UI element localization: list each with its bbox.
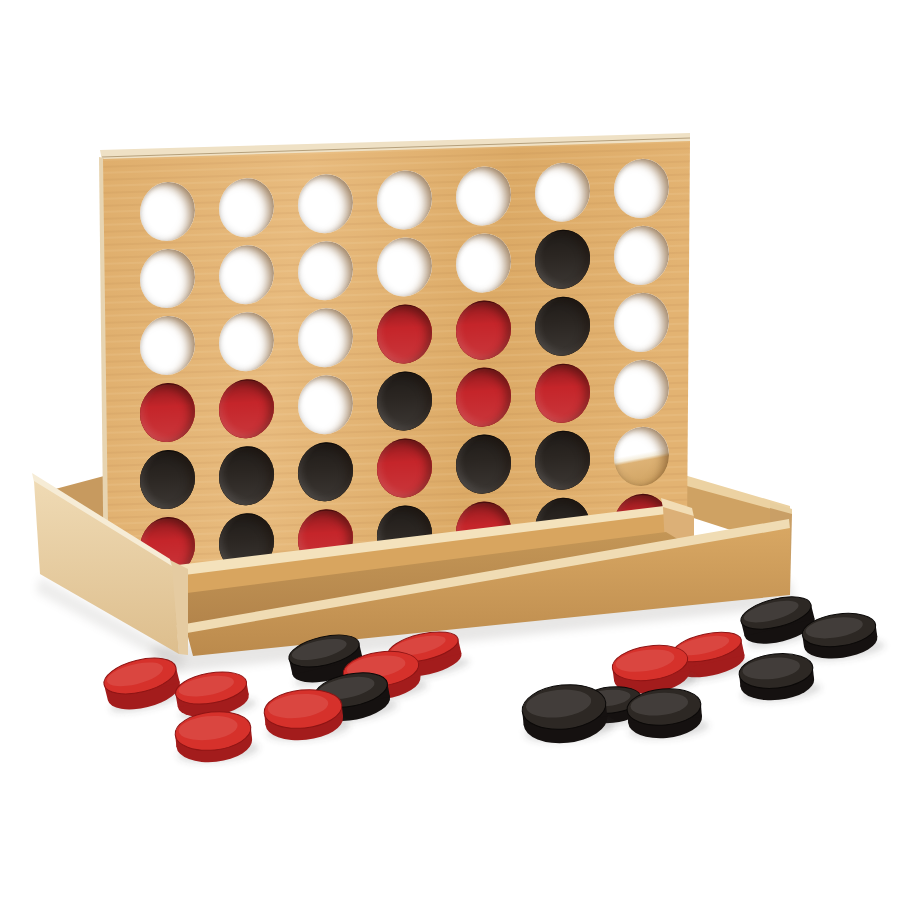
loose-disc-red xyxy=(385,625,471,686)
disc-glyph: ● xyxy=(298,508,353,570)
empty-hole xyxy=(219,177,274,239)
empty-hole xyxy=(140,181,195,243)
loose-disc-red xyxy=(610,640,698,699)
cell-r6c1[interactable]: ● xyxy=(128,511,207,582)
cell-r4c6[interactable]: ● xyxy=(523,358,602,429)
black-disc-in-hole: ● xyxy=(535,228,590,290)
disc-glyph: ● xyxy=(219,445,274,507)
cell-r6c3[interactable]: ● xyxy=(286,503,365,574)
disc-glyph: ● xyxy=(614,493,669,555)
cell-r5c6[interactable]: ● xyxy=(523,425,602,496)
empty-hole xyxy=(614,426,669,488)
black-disc-in-hole: ● xyxy=(219,445,274,507)
loose-disc-black xyxy=(626,685,710,742)
connect-four-board-grid: ●●●●●●●●●●●●●●●●●●●●●● xyxy=(128,153,681,582)
loose-disc-black xyxy=(800,608,886,664)
black-disc-in-hole: ● xyxy=(535,496,590,558)
cell-r4c4[interactable]: ● xyxy=(365,366,444,437)
cell-r2c7[interactable] xyxy=(602,220,681,291)
cell-r5c5[interactable]: ● xyxy=(444,429,523,500)
cell-r6c6[interactable]: ● xyxy=(523,492,602,563)
disc-glyph: ● xyxy=(456,433,511,495)
red-disc-in-hole: ● xyxy=(298,508,353,570)
disc-glyph: ● xyxy=(140,382,195,444)
red-disc-in-hole: ● xyxy=(377,303,432,365)
empty-hole xyxy=(219,244,274,306)
cell-r2c2[interactable] xyxy=(207,239,286,310)
tray-ground-shadow-left xyxy=(36,577,186,670)
empty-hole xyxy=(298,173,353,235)
disc-glyph: ● xyxy=(535,362,590,424)
empty-hole xyxy=(377,236,432,298)
tray-right-corner-top xyxy=(770,502,792,515)
cell-r2c6[interactable]: ● xyxy=(523,224,602,295)
empty-hole xyxy=(140,315,195,377)
black-disc-in-hole: ● xyxy=(456,433,511,495)
cell-r1c7[interactable] xyxy=(602,153,681,224)
cell-r1c5[interactable] xyxy=(444,161,523,232)
cell-r4c1[interactable]: ● xyxy=(128,377,207,448)
disc-glyph: ● xyxy=(377,504,432,566)
cell-r3c3[interactable] xyxy=(286,302,365,373)
disc-glyph: ● xyxy=(140,516,195,578)
disc-glyph: ● xyxy=(377,370,432,432)
red-disc-in-hole: ● xyxy=(219,378,274,440)
loose-disc-black xyxy=(737,650,822,705)
empty-hole xyxy=(614,225,669,287)
board-left-edge xyxy=(99,157,110,597)
loose-disc-black xyxy=(286,628,373,691)
cell-r6c4[interactable]: ● xyxy=(365,500,444,571)
cell-r3c4[interactable]: ● xyxy=(365,299,444,370)
disc-glyph: ● xyxy=(219,378,274,440)
board-top-plywood-line xyxy=(102,138,690,157)
red-disc-in-hole: ● xyxy=(456,500,511,562)
cell-r2c1[interactable] xyxy=(128,243,207,314)
cell-r6c7[interactable]: ● xyxy=(602,488,681,559)
disc-glyph: ● xyxy=(456,500,511,562)
cell-r6c5[interactable]: ● xyxy=(444,496,523,567)
cell-r2c5[interactable] xyxy=(444,228,523,299)
disc-glyph: ● xyxy=(456,299,511,361)
loose-disc-red xyxy=(173,708,260,767)
red-disc-in-hole: ● xyxy=(614,493,669,555)
disc-glyph: ● xyxy=(140,449,195,511)
loose-disc-black xyxy=(580,683,650,729)
red-disc-in-hole: ● xyxy=(535,362,590,424)
disc-glyph: ● xyxy=(219,512,274,574)
cell-r4c7[interactable] xyxy=(602,354,681,425)
red-disc-in-hole: ● xyxy=(456,366,511,428)
tray-back-wall-top-edge xyxy=(674,472,790,515)
loose-disc-red xyxy=(173,666,258,724)
loose-disc-black xyxy=(738,589,825,652)
cell-r1c1[interactable] xyxy=(128,176,207,247)
tray-floor-left xyxy=(44,476,108,566)
cell-r3c1[interactable] xyxy=(128,310,207,381)
cell-r5c7[interactable] xyxy=(602,421,681,492)
cell-r5c1[interactable]: ● xyxy=(128,444,207,515)
disc-glyph: ● xyxy=(535,496,590,558)
red-disc-in-hole: ● xyxy=(456,299,511,361)
empty-hole xyxy=(614,359,669,421)
empty-hole xyxy=(535,161,590,223)
cell-r1c3[interactable] xyxy=(286,168,365,239)
empty-hole xyxy=(298,374,353,436)
tray-ground-shadow xyxy=(150,580,796,674)
empty-hole xyxy=(456,165,511,227)
disc-glyph: ● xyxy=(535,228,590,290)
black-disc-in-hole: ● xyxy=(535,295,590,357)
cell-r6c2[interactable]: ● xyxy=(207,507,286,578)
cell-r1c2[interactable] xyxy=(207,172,286,243)
empty-hole xyxy=(298,307,353,369)
loose-disc-red xyxy=(341,646,429,705)
cell-r2c3[interactable] xyxy=(286,235,365,306)
disc-glyph: ● xyxy=(377,303,432,365)
cell-r5c3[interactable]: ● xyxy=(286,436,365,507)
cell-r4c3[interactable] xyxy=(286,369,365,440)
loose-disc-red xyxy=(262,685,351,744)
disc-glyph: ● xyxy=(298,441,353,503)
empty-hole xyxy=(140,248,195,310)
black-disc-in-hole: ● xyxy=(535,429,590,491)
cell-r5c2[interactable]: ● xyxy=(207,440,286,511)
loose-disc-red xyxy=(100,650,190,718)
red-disc-in-hole: ● xyxy=(377,437,432,499)
loose-disc-black xyxy=(312,666,400,728)
disc-glyph: ● xyxy=(456,366,511,428)
empty-hole xyxy=(614,292,669,354)
empty-hole xyxy=(298,240,353,302)
cell-r5c4[interactable]: ● xyxy=(365,433,444,504)
disc-glyph: ● xyxy=(535,295,590,357)
cell-r3c5[interactable]: ● xyxy=(444,295,523,366)
cell-r1c4[interactable] xyxy=(365,165,444,236)
black-disc-in-hole: ● xyxy=(140,449,195,511)
tray-right-corner-post xyxy=(770,508,792,595)
tray-back-wall xyxy=(676,483,790,549)
cell-r1c6[interactable] xyxy=(523,157,602,228)
loose-disc-black xyxy=(520,680,616,747)
cell-r3c2[interactable] xyxy=(207,306,286,377)
connect-four-photo: ●●●●●●●●●●●●●●●●●●●●●● xyxy=(0,0,900,900)
loose-disc-red xyxy=(670,626,754,686)
black-disc-in-hole: ● xyxy=(377,370,432,432)
red-disc-in-hole: ● xyxy=(140,382,195,444)
cell-r4c2[interactable]: ● xyxy=(207,373,286,444)
disc-glyph: ● xyxy=(535,429,590,491)
empty-hole xyxy=(456,232,511,294)
black-disc-in-hole: ● xyxy=(377,504,432,566)
empty-hole xyxy=(219,311,274,373)
cell-r3c6[interactable]: ● xyxy=(523,291,602,362)
black-disc-in-hole: ● xyxy=(219,512,274,574)
cell-r2c4[interactable] xyxy=(365,232,444,303)
red-disc-in-hole: ● xyxy=(140,516,195,578)
black-disc-in-hole: ● xyxy=(298,441,353,503)
cell-r3c7[interactable] xyxy=(602,287,681,358)
disc-glyph: ● xyxy=(377,437,432,499)
cell-r4c5[interactable]: ● xyxy=(444,362,523,433)
empty-hole xyxy=(614,158,669,220)
empty-hole xyxy=(377,169,432,231)
